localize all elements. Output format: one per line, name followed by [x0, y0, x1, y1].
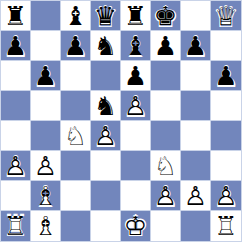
square-f3[interactable]: ♞♘: [151, 151, 181, 181]
square-c6[interactable]: [61, 61, 91, 91]
square-c8[interactable]: ♝♝: [61, 1, 91, 31]
square-d5[interactable]: ♞♞: [91, 91, 121, 121]
piece-white-king[interactable]: ♔: [121, 211, 150, 241]
square-d4[interactable]: ♟♙: [91, 121, 121, 151]
square-g6[interactable]: [181, 61, 211, 91]
square-f5[interactable]: [151, 91, 181, 121]
square-f6[interactable]: [151, 61, 181, 91]
square-f7[interactable]: ♟♟: [151, 31, 181, 61]
square-h8[interactable]: ♛♕: [211, 1, 241, 31]
black-pawn-halo: ♟: [59, 29, 93, 63]
white-pawn-halo: ♟: [29, 149, 63, 183]
black-pawn-halo: ♟: [0, 29, 32, 63]
piece-black-pawn[interactable]: ♟: [211, 61, 241, 90]
square-a7[interactable]: ♟♟: [1, 31, 31, 61]
square-e1[interactable]: ♚♔: [121, 211, 151, 241]
chess-board: ♜♜♝♝♛♛♜♜♚♚♛♕♟♟♟♟♞♞♝♝♟♟♟♟♟♟♟♟♟♟♞♞♟♙♞♘♟♙♟♙…: [0, 0, 242, 242]
piece-white-pawn[interactable]: ♙: [31, 151, 60, 180]
square-c2[interactable]: [61, 181, 91, 211]
white-knight-halo: ♞: [59, 119, 93, 153]
square-g7[interactable]: ♟♟: [181, 31, 211, 61]
black-pawn-halo: ♟: [179, 29, 213, 63]
square-b5[interactable]: [31, 91, 61, 121]
square-a3[interactable]: ♟♙: [1, 151, 31, 181]
square-d1[interactable]: [91, 211, 121, 241]
black-knight-halo: ♞: [89, 29, 123, 63]
white-knight-halo: ♞: [149, 149, 183, 183]
piece-black-pawn[interactable]: ♟: [31, 61, 60, 90]
square-b7[interactable]: [31, 31, 61, 61]
square-c5[interactable]: [61, 91, 91, 121]
piece-white-bishop[interactable]: ♗: [31, 181, 60, 210]
black-bishop-halo: ♝: [119, 29, 153, 63]
piece-white-pawn[interactable]: ♙: [1, 151, 30, 180]
square-a2[interactable]: [1, 181, 31, 211]
square-g8[interactable]: [181, 1, 211, 31]
square-a6[interactable]: [1, 61, 31, 91]
square-a1[interactable]: ♜♖: [1, 211, 31, 241]
square-h4[interactable]: [211, 121, 241, 151]
square-c7[interactable]: ♟♟: [61, 31, 91, 61]
square-c4[interactable]: ♞♘: [61, 121, 91, 151]
black-knight-halo: ♞: [89, 89, 123, 123]
black-bishop-halo: ♝: [59, 0, 93, 32]
square-e4[interactable]: [121, 121, 151, 151]
piece-white-pawn[interactable]: ♙: [121, 91, 150, 120]
square-b1[interactable]: ♝♗: [31, 211, 61, 241]
black-rook-halo: ♜: [0, 0, 32, 32]
square-d6[interactable]: [91, 61, 121, 91]
square-b6[interactable]: ♟♟: [31, 61, 61, 91]
square-e3[interactable]: [121, 151, 151, 181]
square-e8[interactable]: ♜♜: [121, 1, 151, 31]
piece-black-king[interactable]: ♚: [151, 1, 180, 30]
square-c1[interactable]: [61, 211, 91, 241]
square-e7[interactable]: ♝♝: [121, 31, 151, 61]
black-queen-halo: ♛: [89, 0, 123, 32]
black-pawn-halo: ♟: [209, 59, 242, 93]
piece-black-knight[interactable]: ♞: [91, 31, 120, 60]
square-c3[interactable]: [61, 151, 91, 181]
square-g4[interactable]: [181, 121, 211, 151]
piece-white-pawn[interactable]: ♙: [211, 181, 241, 210]
piece-white-bishop[interactable]: ♗: [31, 211, 60, 241]
square-b8[interactable]: [31, 1, 61, 31]
white-pawn-halo: ♟: [209, 179, 242, 213]
square-f4[interactable]: [151, 121, 181, 151]
white-pawn-halo: ♟: [0, 149, 32, 183]
square-b2[interactable]: ♝♗: [31, 181, 61, 211]
piece-black-pawn[interactable]: ♟: [61, 31, 90, 60]
square-h7[interactable]: [211, 31, 241, 61]
square-h3[interactable]: [211, 151, 241, 181]
piece-black-knight[interactable]: ♞: [91, 91, 120, 120]
white-bishop-halo: ♝: [29, 179, 63, 213]
white-queen-halo: ♛: [209, 0, 242, 32]
piece-black-bishop[interactable]: ♝: [121, 31, 150, 60]
piece-black-rook[interactable]: ♜: [1, 1, 30, 30]
square-a8[interactable]: ♜♜: [1, 1, 31, 31]
piece-black-bishop[interactable]: ♝: [61, 1, 90, 30]
black-pawn-halo: ♟: [149, 29, 183, 63]
square-b4[interactable]: [31, 121, 61, 151]
white-pawn-halo: ♟: [89, 119, 123, 153]
square-h6[interactable]: ♟♟: [211, 61, 241, 91]
square-f1[interactable]: [151, 211, 181, 241]
white-rook-halo: ♜: [209, 209, 242, 242]
square-e6[interactable]: ♟♟: [121, 61, 151, 91]
piece-black-rook[interactable]: ♜: [121, 1, 150, 30]
piece-black-pawn[interactable]: ♟: [181, 31, 210, 60]
square-a4[interactable]: [1, 121, 31, 151]
square-d7[interactable]: ♞♞: [91, 31, 121, 61]
square-d8[interactable]: ♛♛: [91, 1, 121, 31]
white-pawn-halo: ♟: [179, 179, 213, 213]
square-h1[interactable]: ♜♖: [211, 211, 241, 241]
black-pawn-halo: ♟: [119, 59, 153, 93]
piece-white-knight[interactable]: ♘: [61, 121, 90, 150]
white-king-halo: ♚: [119, 209, 153, 242]
black-king-halo: ♚: [149, 0, 183, 32]
piece-black-pawn[interactable]: ♟: [1, 31, 30, 60]
square-a5[interactable]: [1, 91, 31, 121]
square-g5[interactable]: [181, 91, 211, 121]
square-h5[interactable]: [211, 91, 241, 121]
piece-white-pawn[interactable]: ♙: [181, 181, 210, 210]
piece-white-rook[interactable]: ♖: [1, 211, 30, 241]
piece-black-queen[interactable]: ♛: [91, 1, 120, 30]
square-b3[interactable]: ♟♙: [31, 151, 61, 181]
white-rook-halo: ♜: [0, 209, 32, 242]
square-d2[interactable]: [91, 181, 121, 211]
square-g1[interactable]: [181, 211, 211, 241]
square-h2[interactable]: ♟♙: [211, 181, 241, 211]
white-pawn-halo: ♟: [119, 89, 153, 123]
white-pawn-halo: ♟: [149, 179, 183, 213]
piece-white-queen[interactable]: ♕: [211, 1, 241, 30]
square-d3[interactable]: [91, 151, 121, 181]
black-pawn-halo: ♟: [29, 59, 63, 93]
piece-white-pawn[interactable]: ♙: [151, 181, 180, 210]
piece-black-pawn[interactable]: ♟: [121, 61, 150, 90]
piece-black-pawn[interactable]: ♟: [151, 31, 180, 60]
square-f2[interactable]: ♟♙: [151, 181, 181, 211]
square-f8[interactable]: ♚♚: [151, 1, 181, 31]
square-g3[interactable]: [181, 151, 211, 181]
square-e5[interactable]: ♟♙: [121, 91, 151, 121]
square-g2[interactable]: ♟♙: [181, 181, 211, 211]
piece-white-pawn[interactable]: ♙: [91, 121, 120, 150]
white-bishop-halo: ♝: [29, 209, 63, 242]
black-rook-halo: ♜: [119, 0, 153, 32]
square-e2[interactable]: [121, 181, 151, 211]
piece-white-rook[interactable]: ♖: [211, 211, 241, 241]
piece-white-knight[interactable]: ♘: [151, 151, 180, 180]
